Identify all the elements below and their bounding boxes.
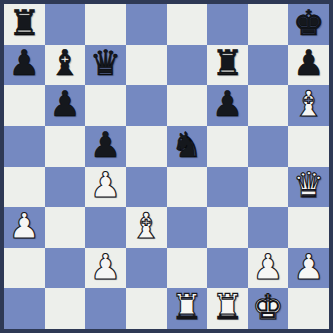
white-pawn[interactable]: ♟ (252, 250, 283, 285)
square-f2[interactable] (207, 248, 248, 289)
square-d1[interactable] (126, 288, 167, 329)
square-e1[interactable]: ♜ (167, 288, 208, 329)
square-g1[interactable]: ♚ (248, 288, 289, 329)
square-d3[interactable]: ♝ (126, 207, 167, 248)
square-e5[interactable]: ♞ (167, 126, 208, 167)
square-b4[interactable] (45, 167, 86, 208)
square-f3[interactable] (207, 207, 248, 248)
square-a4[interactable] (4, 167, 45, 208)
black-pawn[interactable]: ♟ (90, 128, 121, 163)
square-g7[interactable] (248, 45, 289, 86)
white-pawn[interactable]: ♟ (90, 168, 121, 203)
square-g3[interactable] (248, 207, 289, 248)
square-a7[interactable]: ♟ (4, 45, 45, 86)
white-pawn[interactable]: ♟ (9, 209, 40, 244)
square-c5[interactable]: ♟ (85, 126, 126, 167)
black-rook[interactable]: ♜ (9, 6, 40, 41)
square-b5[interactable] (45, 126, 86, 167)
square-c1[interactable] (85, 288, 126, 329)
white-rook[interactable]: ♜ (171, 290, 202, 325)
square-c8[interactable] (85, 4, 126, 45)
square-h8[interactable]: ♚ (288, 4, 329, 45)
black-queen[interactable]: ♛ (90, 46, 121, 81)
chess-board[interactable]: ♜♚♟♝♛♜♟♟♟♝♟♞♟♛♟♝♟♟♟♜♜♚ (4, 4, 329, 329)
square-d6[interactable] (126, 85, 167, 126)
square-c7[interactable]: ♛ (85, 45, 126, 86)
square-d4[interactable] (126, 167, 167, 208)
black-pawn[interactable]: ♟ (293, 46, 324, 81)
square-g2[interactable]: ♟ (248, 248, 289, 289)
square-d8[interactable] (126, 4, 167, 45)
square-b7[interactable]: ♝ (45, 45, 86, 86)
square-e6[interactable] (167, 85, 208, 126)
square-c2[interactable]: ♟ (85, 248, 126, 289)
square-h1[interactable] (288, 288, 329, 329)
square-f4[interactable] (207, 167, 248, 208)
square-d5[interactable] (126, 126, 167, 167)
white-bishop[interactable]: ♝ (130, 209, 161, 244)
square-a2[interactable] (4, 248, 45, 289)
square-h6[interactable]: ♝ (288, 85, 329, 126)
square-d2[interactable] (126, 248, 167, 289)
square-h2[interactable]: ♟ (288, 248, 329, 289)
black-rook[interactable]: ♜ (212, 46, 243, 81)
square-e4[interactable] (167, 167, 208, 208)
black-pawn[interactable]: ♟ (212, 87, 243, 122)
white-rook[interactable]: ♜ (212, 290, 243, 325)
square-a8[interactable]: ♜ (4, 4, 45, 45)
square-f8[interactable] (207, 4, 248, 45)
black-pawn[interactable]: ♟ (49, 87, 80, 122)
white-bishop[interactable]: ♝ (293, 87, 324, 122)
square-b1[interactable] (45, 288, 86, 329)
chess-board-frame: ♜♚♟♝♛♜♟♟♟♝♟♞♟♛♟♝♟♟♟♜♜♚ (0, 0, 333, 333)
black-king[interactable]: ♚ (293, 6, 324, 41)
square-f7[interactable]: ♜ (207, 45, 248, 86)
square-b6[interactable]: ♟ (45, 85, 86, 126)
square-h3[interactable] (288, 207, 329, 248)
square-b2[interactable] (45, 248, 86, 289)
black-knight[interactable]: ♞ (171, 128, 202, 163)
square-f6[interactable]: ♟ (207, 85, 248, 126)
square-c3[interactable] (85, 207, 126, 248)
square-c6[interactable] (85, 85, 126, 126)
white-pawn[interactable]: ♟ (90, 250, 121, 285)
square-a3[interactable]: ♟ (4, 207, 45, 248)
square-b8[interactable] (45, 4, 86, 45)
square-c4[interactable]: ♟ (85, 167, 126, 208)
square-b3[interactable] (45, 207, 86, 248)
square-h7[interactable]: ♟ (288, 45, 329, 86)
black-bishop[interactable]: ♝ (49, 46, 80, 81)
square-a6[interactable] (4, 85, 45, 126)
square-f1[interactable]: ♜ (207, 288, 248, 329)
square-f5[interactable] (207, 126, 248, 167)
square-e8[interactable] (167, 4, 208, 45)
square-e7[interactable] (167, 45, 208, 86)
square-a1[interactable] (4, 288, 45, 329)
square-g6[interactable] (248, 85, 289, 126)
white-king[interactable]: ♚ (252, 290, 283, 325)
square-g5[interactable] (248, 126, 289, 167)
white-pawn[interactable]: ♟ (293, 250, 324, 285)
square-e3[interactable] (167, 207, 208, 248)
square-g8[interactable] (248, 4, 289, 45)
square-h4[interactable]: ♛ (288, 167, 329, 208)
white-queen[interactable]: ♛ (293, 168, 324, 203)
square-g4[interactable] (248, 167, 289, 208)
square-a5[interactable] (4, 126, 45, 167)
black-pawn[interactable]: ♟ (9, 46, 40, 81)
square-e2[interactable] (167, 248, 208, 289)
square-d7[interactable] (126, 45, 167, 86)
square-h5[interactable] (288, 126, 329, 167)
